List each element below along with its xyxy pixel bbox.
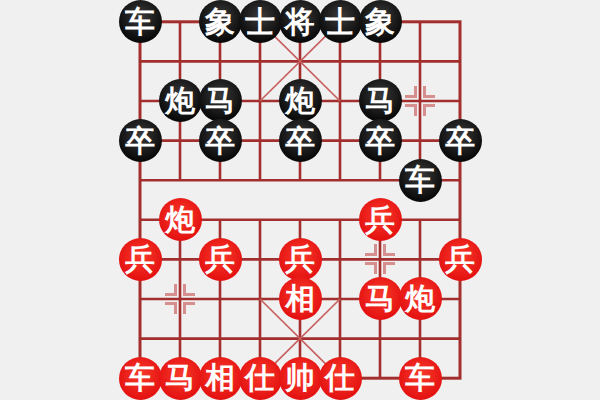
- piece-red-elephant[interactable]: 相: [279, 277, 322, 320]
- piece-black-advisor[interactable]: 士: [239, 0, 282, 43]
- xiangqi-board: 车象士将士象炮马炮马卒卒卒卒卒车炮兵兵兵兵兵相马炮车马相仕帅仕车: [0, 0, 600, 400]
- piece-black-elephant[interactable]: 象: [359, 0, 402, 43]
- piece-red-cannon[interactable]: 炮: [399, 277, 442, 320]
- piece-red-soldier[interactable]: 兵: [279, 238, 322, 281]
- piece-black-general[interactable]: 将: [279, 0, 322, 43]
- piece-black-soldier[interactable]: 卒: [439, 119, 482, 162]
- piece-black-cannon[interactable]: 炮: [159, 79, 202, 122]
- piece-red-general[interactable]: 帅: [279, 357, 322, 400]
- piece-red-advisor[interactable]: 仕: [239, 357, 282, 400]
- piece-black-soldier[interactable]: 卒: [279, 119, 322, 162]
- piece-red-soldier[interactable]: 兵: [119, 238, 162, 281]
- piece-red-soldier[interactable]: 兵: [199, 238, 242, 281]
- piece-black-advisor[interactable]: 士: [319, 0, 362, 43]
- piece-black-soldier[interactable]: 卒: [119, 119, 162, 162]
- piece-red-horse[interactable]: 马: [159, 357, 202, 400]
- piece-red-rook[interactable]: 车: [399, 357, 442, 400]
- piece-black-rook[interactable]: 车: [399, 159, 442, 202]
- piece-black-horse[interactable]: 马: [199, 79, 242, 122]
- piece-black-soldier[interactable]: 卒: [199, 119, 242, 162]
- piece-black-soldier[interactable]: 卒: [359, 119, 402, 162]
- piece-red-elephant[interactable]: 相: [199, 357, 242, 400]
- board-grid[interactable]: 车象士将士象炮马炮马卒卒卒卒卒车炮兵兵兵兵兵相马炮车马相仕帅仕车: [120, 2, 480, 398]
- piece-red-cannon[interactable]: 炮: [159, 198, 202, 241]
- piece-black-cannon[interactable]: 炮: [279, 79, 322, 122]
- piece-black-rook[interactable]: 车: [119, 0, 162, 43]
- piece-red-horse[interactable]: 马: [359, 277, 402, 320]
- piece-black-horse[interactable]: 马: [359, 79, 402, 122]
- piece-red-advisor[interactable]: 仕: [319, 357, 362, 400]
- piece-red-soldier[interactable]: 兵: [359, 198, 402, 241]
- piece-red-rook[interactable]: 车: [119, 357, 162, 400]
- piece-black-elephant[interactable]: 象: [199, 0, 242, 43]
- piece-red-soldier[interactable]: 兵: [439, 238, 482, 281]
